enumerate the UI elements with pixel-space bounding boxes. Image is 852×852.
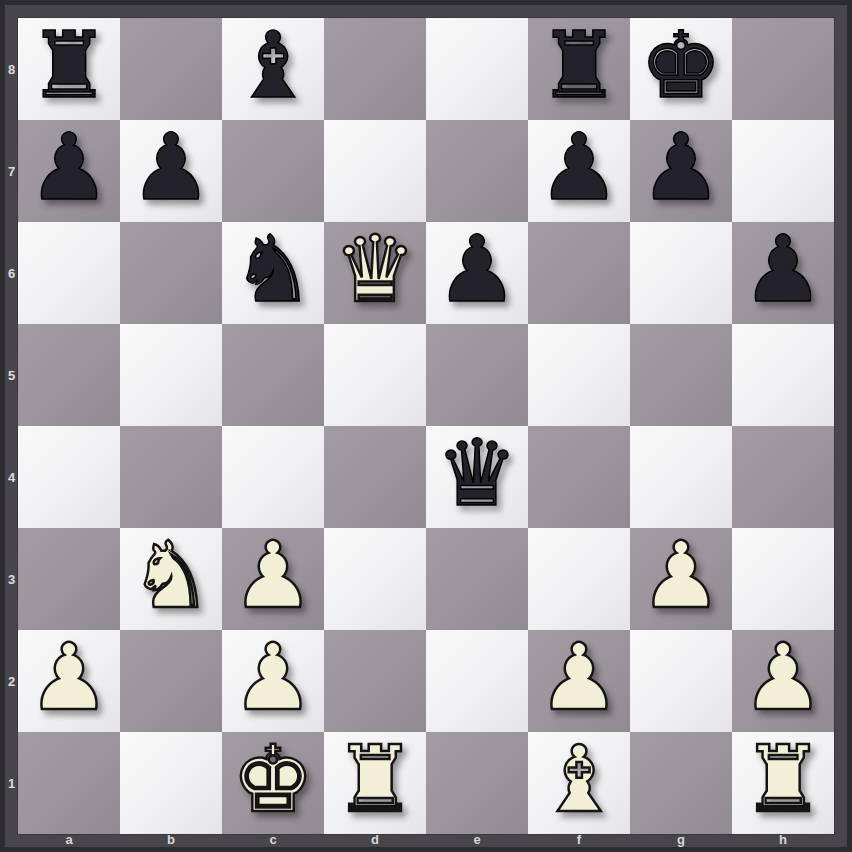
square-g2[interactable] [630, 630, 732, 732]
square-f2[interactable]: ♟ [528, 630, 630, 732]
square-f1[interactable]: ♝ [528, 732, 630, 834]
rank-label-6: 6 [5, 222, 18, 324]
square-a6[interactable] [18, 222, 120, 324]
piece-black-queen-e4[interactable]: ♛ [436, 428, 518, 520]
rank-labels: 87654321 [5, 18, 18, 834]
rank-label-5: 5 [5, 324, 18, 426]
square-c1[interactable]: ♚ [222, 732, 324, 834]
square-c2[interactable]: ♟ [222, 630, 324, 732]
piece-white-pawn-c3[interactable]: ♟ [232, 530, 314, 622]
square-h4[interactable] [732, 426, 834, 528]
square-g1[interactable] [630, 732, 732, 834]
piece-black-pawn-h6[interactable]: ♟ [742, 224, 824, 316]
piece-white-rook-d1[interactable]: ♜ [334, 734, 416, 826]
piece-white-rook-h1[interactable]: ♜ [742, 734, 824, 826]
file-label-a: a [18, 831, 120, 847]
square-e5[interactable] [426, 324, 528, 426]
square-c4[interactable] [222, 426, 324, 528]
piece-white-pawn-c2[interactable]: ♟ [232, 632, 314, 724]
rank-label-8: 8 [5, 18, 18, 120]
square-h6[interactable]: ♟ [732, 222, 834, 324]
square-h2[interactable]: ♟ [732, 630, 834, 732]
rank-label-3: 3 [5, 528, 18, 630]
file-label-g: g [630, 831, 732, 847]
square-a5[interactable] [18, 324, 120, 426]
file-label-d: d [324, 831, 426, 847]
piece-black-pawn-b7[interactable]: ♟ [130, 122, 212, 214]
piece-black-pawn-e6[interactable]: ♟ [436, 224, 518, 316]
square-e3[interactable] [426, 528, 528, 630]
square-g4[interactable] [630, 426, 732, 528]
piece-white-knight-b3[interactable]: ♞ [130, 530, 212, 622]
square-f6[interactable] [528, 222, 630, 324]
piece-black-pawn-g7[interactable]: ♟ [640, 122, 722, 214]
square-g7[interactable]: ♟ [630, 120, 732, 222]
board-frame: ♜♝♜♚♟♟♟♟♞♛♟♟♛♞♟♟♟♟♟♟♚♜♝♜ 87654321 abcdef… [0, 0, 852, 852]
square-f8[interactable]: ♜ [528, 18, 630, 120]
file-label-b: b [120, 831, 222, 847]
square-b6[interactable] [120, 222, 222, 324]
square-h8[interactable] [732, 18, 834, 120]
square-e1[interactable] [426, 732, 528, 834]
square-b7[interactable]: ♟ [120, 120, 222, 222]
rank-label-2: 2 [5, 630, 18, 732]
square-g8[interactable]: ♚ [630, 18, 732, 120]
rank-label-1: 1 [5, 732, 18, 834]
square-d6[interactable]: ♛ [324, 222, 426, 324]
square-b5[interactable] [120, 324, 222, 426]
square-a8[interactable]: ♜ [18, 18, 120, 120]
square-e2[interactable] [426, 630, 528, 732]
square-b1[interactable] [120, 732, 222, 834]
square-b3[interactable]: ♞ [120, 528, 222, 630]
square-h7[interactable] [732, 120, 834, 222]
square-e4[interactable]: ♛ [426, 426, 528, 528]
piece-black-rook-a8[interactable]: ♜ [28, 20, 110, 112]
square-g5[interactable] [630, 324, 732, 426]
piece-white-queen-d6[interactable]: ♛ [334, 224, 416, 316]
square-d5[interactable] [324, 324, 426, 426]
square-d7[interactable] [324, 120, 426, 222]
square-b2[interactable] [120, 630, 222, 732]
file-label-c: c [222, 831, 324, 847]
square-c8[interactable]: ♝ [222, 18, 324, 120]
square-a7[interactable]: ♟ [18, 120, 120, 222]
file-label-f: f [528, 831, 630, 847]
piece-black-pawn-f7[interactable]: ♟ [538, 122, 620, 214]
file-label-e: e [426, 831, 528, 847]
square-c5[interactable] [222, 324, 324, 426]
piece-black-pawn-a7[interactable]: ♟ [28, 122, 110, 214]
piece-white-pawn-f2[interactable]: ♟ [538, 632, 620, 724]
square-d4[interactable] [324, 426, 426, 528]
square-e8[interactable] [426, 18, 528, 120]
piece-white-pawn-h2[interactable]: ♟ [742, 632, 824, 724]
square-d3[interactable] [324, 528, 426, 630]
square-e7[interactable] [426, 120, 528, 222]
square-a1[interactable] [18, 732, 120, 834]
square-g6[interactable] [630, 222, 732, 324]
square-b8[interactable] [120, 18, 222, 120]
file-labels: abcdefgh [18, 833, 834, 847]
piece-black-bishop-c8[interactable]: ♝ [232, 20, 314, 112]
piece-black-knight-c6[interactable]: ♞ [232, 224, 314, 316]
square-b4[interactable] [120, 426, 222, 528]
square-h3[interactable] [732, 528, 834, 630]
square-d1[interactable]: ♜ [324, 732, 426, 834]
rank-label-4: 4 [5, 426, 18, 528]
square-h5[interactable] [732, 324, 834, 426]
square-d8[interactable] [324, 18, 426, 120]
square-c6[interactable]: ♞ [222, 222, 324, 324]
square-g3[interactable]: ♟ [630, 528, 732, 630]
rank-label-7: 7 [5, 120, 18, 222]
square-a3[interactable] [18, 528, 120, 630]
square-a4[interactable] [18, 426, 120, 528]
square-a2[interactable]: ♟ [18, 630, 120, 732]
square-f5[interactable] [528, 324, 630, 426]
piece-white-king-c1[interactable]: ♚ [232, 734, 314, 826]
piece-white-bishop-f1[interactable]: ♝ [538, 734, 620, 826]
square-f7[interactable]: ♟ [528, 120, 630, 222]
square-c3[interactable]: ♟ [222, 528, 324, 630]
piece-black-rook-f8[interactable]: ♜ [538, 20, 620, 112]
square-h1[interactable]: ♜ [732, 732, 834, 834]
file-label-h: h [732, 831, 834, 847]
piece-white-pawn-g3[interactable]: ♟ [640, 530, 722, 622]
square-f4[interactable] [528, 426, 630, 528]
square-c7[interactable] [222, 120, 324, 222]
piece-white-pawn-a2[interactable]: ♟ [28, 632, 110, 724]
square-d2[interactable] [324, 630, 426, 732]
piece-black-king-g8[interactable]: ♚ [640, 20, 722, 112]
chess-board: ♜♝♜♚♟♟♟♟♞♛♟♟♛♞♟♟♟♟♟♟♚♜♝♜ [18, 18, 834, 834]
square-f3[interactable] [528, 528, 630, 630]
square-e6[interactable]: ♟ [426, 222, 528, 324]
